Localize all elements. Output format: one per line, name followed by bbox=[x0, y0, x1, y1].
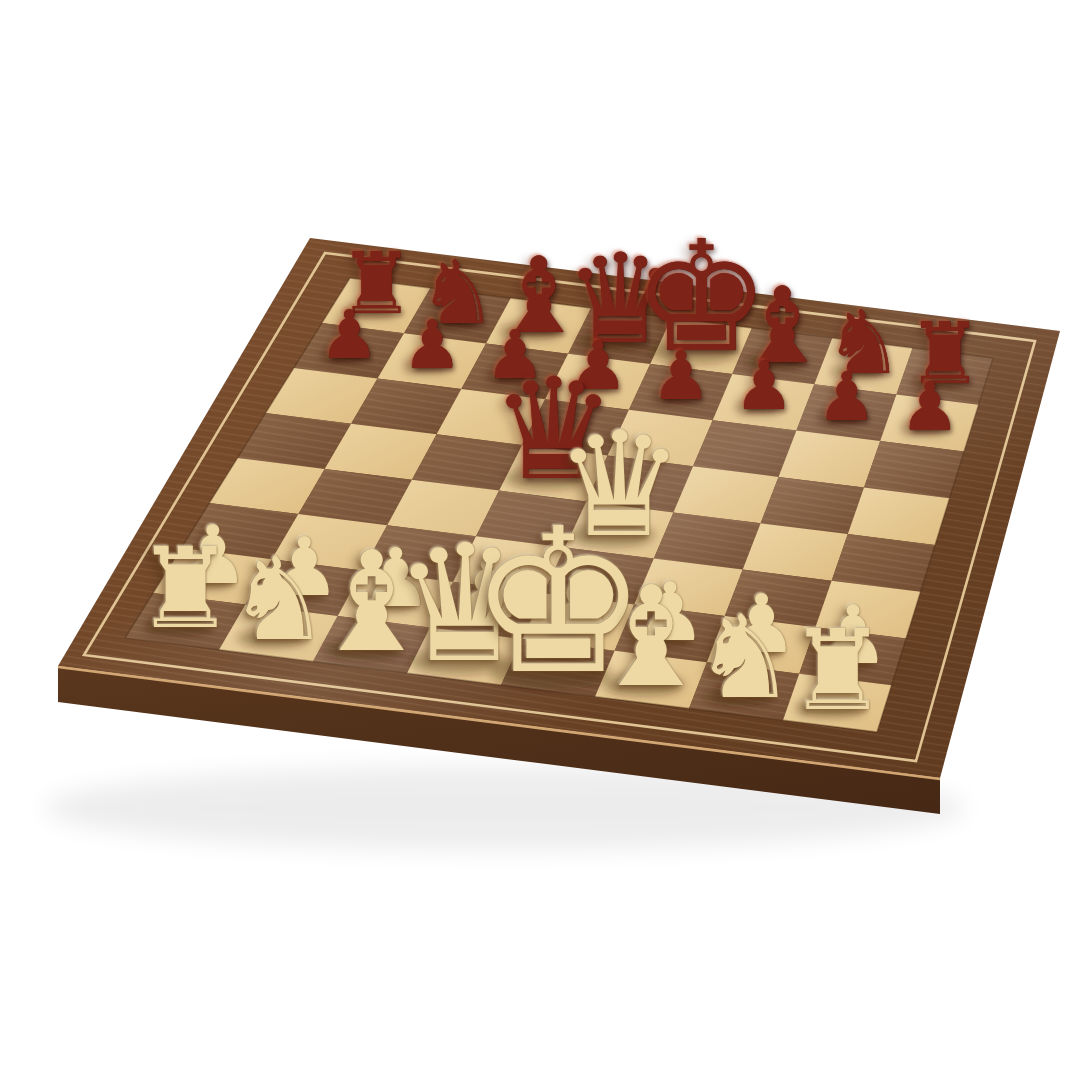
piece-red-pawn-g7[interactable]: ♟ bbox=[817, 364, 877, 431]
chess-photo-canvas: ♜♞♝♛♚♝♞♜♟♟♟♟♟♟♟♟♛♜♞♝♛♚♝♞♜♟♟♟♟♟♟♟♟♛ bbox=[0, 0, 1080, 1080]
piece-red-pawn-a7[interactable]: ♟ bbox=[319, 302, 379, 369]
piece-red-pawn-f7[interactable]: ♟ bbox=[734, 353, 794, 420]
piece-white-rook-h1[interactable]: ♜ bbox=[788, 615, 888, 726]
piece-red-pawn-h7[interactable]: ♟ bbox=[900, 374, 960, 441]
piece-white-rook-a1[interactable]: ♜ bbox=[136, 534, 236, 645]
piece-red-pawn-b7[interactable]: ♟ bbox=[402, 312, 462, 379]
piece-white-knight-g1[interactable]: ♞ bbox=[693, 600, 796, 715]
